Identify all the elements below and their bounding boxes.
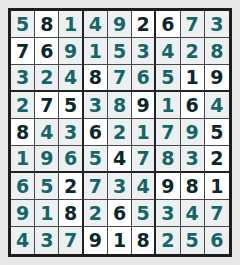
sudoku-cell-r5c8[interactable]: 9 [181, 119, 205, 146]
sudoku-cell-r6c3[interactable]: 6 [59, 146, 83, 173]
sudoku-cell-r2c3[interactable]: 9 [59, 38, 83, 65]
sudoku-cell-r9c7[interactable]: 2 [156, 227, 180, 254]
sudoku-cell-r7c3[interactable]: 2 [59, 173, 83, 200]
sudoku-cell-r2c6[interactable]: 3 [132, 38, 156, 65]
sudoku-cell-r9c8[interactable]: 5 [181, 227, 205, 254]
sudoku-cell-r9c4[interactable]: 9 [84, 227, 108, 254]
sudoku-cell-r4c8[interactable]: 6 [181, 92, 205, 119]
sudoku-cell-r7c1[interactable]: 6 [11, 173, 35, 200]
sudoku-cell-r5c6[interactable]: 1 [132, 119, 156, 146]
sudoku-cell-r8c2[interactable]: 1 [35, 200, 59, 227]
sudoku-cell-r8c3[interactable]: 8 [59, 200, 83, 227]
sudoku-cell-r4c4[interactable]: 3 [84, 92, 108, 119]
sudoku-cell-r1c4[interactable]: 4 [84, 11, 108, 38]
sudoku-cell-r8c8[interactable]: 4 [181, 200, 205, 227]
sudoku-cell-r3c1[interactable]: 3 [11, 65, 35, 92]
sudoku-cell-r3c8[interactable]: 1 [181, 65, 205, 92]
sudoku-cell-r1c5[interactable]: 9 [108, 11, 132, 38]
sudoku-cell-r5c9[interactable]: 5 [205, 119, 229, 146]
sudoku-cell-r9c9[interactable]: 6 [205, 227, 229, 254]
sudoku-cell-r8c7[interactable]: 3 [156, 200, 180, 227]
sudoku-cell-r7c6[interactable]: 4 [132, 173, 156, 200]
sudoku-cell-r3c7[interactable]: 5 [156, 65, 180, 92]
sudoku-cell-r3c2[interactable]: 2 [35, 65, 59, 92]
sudoku-cell-r7c2[interactable]: 5 [35, 173, 59, 200]
sudoku-cell-r4c9[interactable]: 4 [205, 92, 229, 119]
sudoku-cell-r5c5[interactable]: 2 [108, 119, 132, 146]
sudoku-cell-r2c2[interactable]: 6 [35, 38, 59, 65]
sudoku-cell-r3c6[interactable]: 6 [132, 65, 156, 92]
sudoku-cell-r7c8[interactable]: 8 [181, 173, 205, 200]
sudoku-cell-r5c3[interactable]: 3 [59, 119, 83, 146]
sudoku-cell-r9c5[interactable]: 1 [108, 227, 132, 254]
sudoku-cell-r5c1[interactable]: 8 [11, 119, 35, 146]
sudoku-cell-r8c1[interactable]: 9 [11, 200, 35, 227]
sudoku-cell-r6c1[interactable]: 1 [11, 146, 35, 173]
sudoku-cell-r1c8[interactable]: 7 [181, 11, 205, 38]
sudoku-cell-r2c9[interactable]: 8 [205, 38, 229, 65]
sudoku-cell-r9c1[interactable]: 4 [11, 227, 35, 254]
sudoku-cell-r2c5[interactable]: 5 [108, 38, 132, 65]
sudoku-board: 5814926737691534283248765192753891648436… [8, 8, 232, 257]
sudoku-cell-r3c4[interactable]: 8 [84, 65, 108, 92]
sudoku-cell-r1c9[interactable]: 3 [205, 11, 229, 38]
sudoku-cell-r4c2[interactable]: 7 [35, 92, 59, 119]
sudoku-cell-r2c8[interactable]: 2 [181, 38, 205, 65]
sudoku-cell-r5c7[interactable]: 7 [156, 119, 180, 146]
sudoku-cell-r2c1[interactable]: 7 [11, 38, 35, 65]
sudoku-cell-r1c6[interactable]: 2 [132, 11, 156, 38]
sudoku-cell-r4c6[interactable]: 9 [132, 92, 156, 119]
sudoku-cell-r6c9[interactable]: 2 [205, 146, 229, 173]
sudoku-cell-r1c2[interactable]: 8 [35, 11, 59, 38]
sudoku-cell-r5c2[interactable]: 4 [35, 119, 59, 146]
sudoku-cell-r8c6[interactable]: 5 [132, 200, 156, 227]
sudoku-cell-r9c6[interactable]: 8 [132, 227, 156, 254]
sudoku-cell-r7c5[interactable]: 3 [108, 173, 132, 200]
sudoku-cell-r1c1[interactable]: 5 [11, 11, 35, 38]
sudoku-cell-r5c4[interactable]: 6 [84, 119, 108, 146]
sudoku-cell-r6c8[interactable]: 3 [181, 146, 205, 173]
sudoku-cell-r4c3[interactable]: 5 [59, 92, 83, 119]
sudoku-cell-r4c7[interactable]: 1 [156, 92, 180, 119]
sudoku-cell-r1c3[interactable]: 1 [59, 11, 83, 38]
sudoku-cell-r7c4[interactable]: 7 [84, 173, 108, 200]
sudoku-cell-r3c5[interactable]: 7 [108, 65, 132, 92]
sudoku-cell-r9c2[interactable]: 3 [35, 227, 59, 254]
sudoku-cell-r7c9[interactable]: 1 [205, 173, 229, 200]
sudoku-cell-r6c6[interactable]: 7 [132, 146, 156, 173]
sudoku-cell-r6c7[interactable]: 8 [156, 146, 180, 173]
sudoku-cell-r2c7[interactable]: 4 [156, 38, 180, 65]
sudoku-cell-r8c4[interactable]: 2 [84, 200, 108, 227]
sudoku-cell-r9c3[interactable]: 7 [59, 227, 83, 254]
sudoku-cell-r6c2[interactable]: 9 [35, 146, 59, 173]
sudoku-cell-r6c4[interactable]: 5 [84, 146, 108, 173]
sudoku-cell-r7c7[interactable]: 9 [156, 173, 180, 200]
sudoku-cell-r3c3[interactable]: 4 [59, 65, 83, 92]
sudoku-cell-r6c5[interactable]: 4 [108, 146, 132, 173]
sudoku-cell-r3c9[interactable]: 9 [205, 65, 229, 92]
sudoku-cell-r8c5[interactable]: 6 [108, 200, 132, 227]
sudoku-cell-r4c5[interactable]: 8 [108, 92, 132, 119]
sudoku-cell-r4c1[interactable]: 2 [11, 92, 35, 119]
sudoku-cell-r8c9[interactable]: 7 [205, 200, 229, 227]
sudoku-cell-r1c7[interactable]: 6 [156, 11, 180, 38]
sudoku-cell-r2c4[interactable]: 1 [84, 38, 108, 65]
